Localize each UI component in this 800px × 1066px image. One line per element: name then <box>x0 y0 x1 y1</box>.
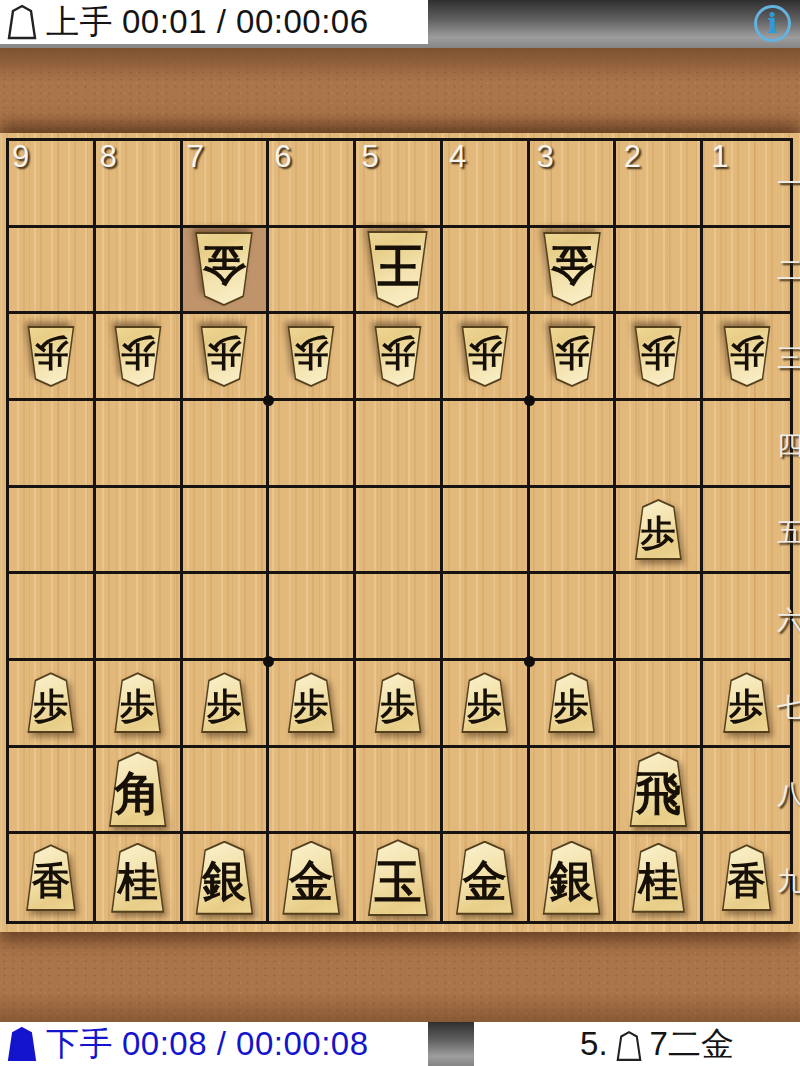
cell-4七[interactable]: 歩 <box>443 661 530 748</box>
piece-shitate-香[interactable]: 香 <box>719 844 774 911</box>
cell-6七[interactable]: 歩 <box>269 661 356 748</box>
file-label-9: 9 <box>12 141 29 172</box>
cell-7九[interactable]: 銀 <box>183 834 270 921</box>
cell-8五[interactable] <box>96 488 183 575</box>
uwate-player-panel[interactable]: 上手 00:01 / 00:00:06 <box>0 0 428 44</box>
rank-label-七: 七 <box>777 694 800 720</box>
cell-4二[interactable] <box>443 228 530 315</box>
piece-kanji: 歩 <box>546 326 598 387</box>
info-icon[interactable]: i <box>754 5 791 42</box>
cell-9六[interactable] <box>9 574 96 661</box>
shitate-clock: 00:08 / 00:00:08 <box>122 1025 369 1063</box>
uwate-piece-icon <box>7 4 37 40</box>
hoshi-star-point <box>524 656 535 667</box>
cell-5八[interactable] <box>356 748 443 835</box>
piece-shitate-歩[interactable]: 歩 <box>112 672 164 733</box>
cell-5九[interactable]: 玉 <box>356 834 443 921</box>
cell-3七[interactable]: 歩 <box>530 661 617 748</box>
piece-kanji: 王 <box>364 231 431 308</box>
cell-2四[interactable] <box>616 401 703 488</box>
cell-3八[interactable] <box>530 748 617 835</box>
top-status-bar: 上手 00:01 / 00:00:06 i <box>0 0 800 48</box>
cell-2六[interactable] <box>616 574 703 661</box>
piece-kanji: 歩 <box>198 326 250 387</box>
piece-uwate-歩[interactable]: 歩 <box>632 326 684 387</box>
cell-6四[interactable] <box>269 401 356 488</box>
shitate-player-panel[interactable]: 下手 00:08 / 00:00:08 <box>0 1022 428 1066</box>
cell-6六[interactable] <box>269 574 356 661</box>
piece-kanji: 金 <box>540 232 604 306</box>
piece-shitate-歩[interactable]: 歩 <box>285 672 337 733</box>
piece-kanji: 歩 <box>721 672 773 733</box>
piece-kanji: 歩 <box>632 326 684 387</box>
piece-kanji: 銀 <box>540 841 604 915</box>
piece-uwate-金[interactable]: 金 <box>540 232 604 306</box>
piece-kanji: 角 <box>106 751 170 827</box>
cell-6二[interactable] <box>269 228 356 315</box>
cell-3二[interactable]: 金 <box>530 228 617 315</box>
piece-uwate-歩[interactable]: 歩 <box>285 326 337 387</box>
cell-8七[interactable]: 歩 <box>96 661 183 748</box>
piece-shitate-玉[interactable]: 玉 <box>364 839 431 916</box>
piece-uwate-歩[interactable]: 歩 <box>459 326 511 387</box>
piece-kanji: 歩 <box>372 672 424 733</box>
piece-shitate-桂[interactable]: 桂 <box>108 843 167 913</box>
piece-uwate-王[interactable]: 王 <box>364 231 431 308</box>
uwate-label: 上手 <box>46 0 113 45</box>
piece-kanji: 歩 <box>459 672 511 733</box>
cell-7七[interactable]: 歩 <box>183 661 270 748</box>
cell-6三[interactable]: 歩 <box>269 314 356 401</box>
file-label-1: 1 <box>711 141 728 172</box>
piece-kanji: 歩 <box>25 326 77 387</box>
rank-label-五: 五 <box>777 519 800 545</box>
piece-kanji: 玉 <box>364 839 431 916</box>
cell-7五[interactable] <box>183 488 270 575</box>
cell-9九[interactable]: 香 <box>9 834 96 921</box>
piece-shitate-歩[interactable]: 歩 <box>372 672 424 733</box>
rank-label-四: 四 <box>777 432 800 458</box>
cell-5六[interactable] <box>356 574 443 661</box>
cell-5五[interactable] <box>356 488 443 575</box>
cell-8六[interactable] <box>96 574 183 661</box>
cell-3六[interactable] <box>530 574 617 661</box>
piece-shitate-金[interactable]: 金 <box>279 841 343 915</box>
cell-2八[interactable]: 飛 <box>616 748 703 835</box>
piece-shitate-歩[interactable]: 歩 <box>721 672 773 733</box>
piece-kanji: 歩 <box>25 672 77 733</box>
bottom-status-bar: 下手 00:08 / 00:00:08 5. 7二金 <box>0 1022 800 1066</box>
piece-shitate-飛[interactable]: 飛 <box>626 751 690 827</box>
piece-kanji: 歩 <box>372 326 424 387</box>
cell-8四[interactable] <box>96 401 183 488</box>
move-number: 5. <box>580 1025 608 1063</box>
cell-4四[interactable] <box>443 401 530 488</box>
piece-shitate-歩[interactable]: 歩 <box>25 672 77 733</box>
cell-2七[interactable] <box>616 661 703 748</box>
hoshi-star-point <box>524 395 535 406</box>
piece-shitate-歩[interactable]: 歩 <box>459 672 511 733</box>
cell-2二[interactable] <box>616 228 703 315</box>
shogi-app-screen: 上手 00:01 / 00:00:06 i 金王金歩歩歩歩歩歩歩歩歩歩歩歩歩歩歩… <box>0 0 800 1066</box>
cell-4九[interactable]: 金 <box>443 834 530 921</box>
piece-shitate-歩[interactable]: 歩 <box>546 672 598 733</box>
piece-kanji: 歩 <box>285 672 337 733</box>
cell-3三[interactable]: 歩 <box>530 314 617 401</box>
file-label-7: 7 <box>187 141 204 172</box>
piece-shitate-歩[interactable]: 歩 <box>632 499 684 560</box>
piece-shitate-銀[interactable]: 銀 <box>540 841 604 915</box>
piece-kanji: 歩 <box>112 326 164 387</box>
piece-uwate-歩[interactable]: 歩 <box>112 326 164 387</box>
piece-kanji: 桂 <box>108 843 167 913</box>
shogi-board: 金王金歩歩歩歩歩歩歩歩歩歩歩歩歩歩歩歩歩歩角飛香桂銀金玉金銀桂香 9876543… <box>0 133 800 932</box>
cell-3五[interactable] <box>530 488 617 575</box>
rank-label-九: 九 <box>777 868 800 894</box>
piece-shitate-銀[interactable]: 銀 <box>192 841 256 915</box>
piece-kanji: 歩 <box>285 326 337 387</box>
piece-kanji: 香 <box>719 844 774 911</box>
piece-kanji: 金 <box>279 841 343 915</box>
piece-uwate-歩[interactable]: 歩 <box>198 326 250 387</box>
cell-7二[interactable]: 金 <box>183 228 270 315</box>
cell-9五[interactable] <box>9 488 96 575</box>
hoshi-star-point <box>263 395 274 406</box>
piece-uwate-歩[interactable]: 歩 <box>546 326 598 387</box>
cell-3四[interactable] <box>530 401 617 488</box>
cell-9二[interactable] <box>9 228 96 315</box>
piece-kanji: 香 <box>23 844 78 911</box>
file-label-6: 6 <box>274 141 291 172</box>
piece-uwate-歩[interactable]: 歩 <box>25 326 77 387</box>
file-label-3: 3 <box>536 141 553 172</box>
cell-8二[interactable] <box>96 228 183 315</box>
board-grid: 金王金歩歩歩歩歩歩歩歩歩歩歩歩歩歩歩歩歩歩角飛香桂銀金玉金銀桂香 <box>6 138 793 924</box>
cell-2五[interactable]: 歩 <box>616 488 703 575</box>
piece-uwate-金[interactable]: 金 <box>192 232 256 306</box>
cell-6五[interactable] <box>269 488 356 575</box>
cell-6九[interactable]: 金 <box>269 834 356 921</box>
cell-4三[interactable]: 歩 <box>443 314 530 401</box>
last-move-display[interactable]: 5. 7二金 <box>474 1022 800 1066</box>
cell-9四[interactable] <box>9 401 96 488</box>
cell-4八[interactable] <box>443 748 530 835</box>
piece-kanji: 歩 <box>632 499 684 560</box>
file-label-8: 8 <box>99 141 116 172</box>
cell-7三[interactable]: 歩 <box>183 314 270 401</box>
cell-9七[interactable]: 歩 <box>9 661 96 748</box>
piece-kanji: 金 <box>192 232 256 306</box>
cell-3九[interactable]: 銀 <box>530 834 617 921</box>
cell-7四[interactable] <box>183 401 270 488</box>
hoshi-star-point <box>263 656 274 667</box>
piece-shitate-桂[interactable]: 桂 <box>629 843 688 913</box>
cell-5七[interactable]: 歩 <box>356 661 443 748</box>
piece-shitate-香[interactable]: 香 <box>23 844 78 911</box>
rank-label-六: 六 <box>777 607 800 633</box>
cell-6八[interactable] <box>269 748 356 835</box>
cell-4六[interactable] <box>443 574 530 661</box>
piece-kanji: 金 <box>453 841 517 915</box>
cell-7六[interactable] <box>183 574 270 661</box>
cell-9八[interactable] <box>9 748 96 835</box>
file-label-5: 5 <box>362 141 379 172</box>
rank-label-八: 八 <box>777 781 800 807</box>
piece-shitate-角[interactable]: 角 <box>106 751 170 827</box>
cell-8八[interactable]: 角 <box>96 748 183 835</box>
uwate-clock: 00:01 / 00:00:06 <box>122 3 369 41</box>
rank-label-三: 三 <box>777 345 800 371</box>
rank-label-二: 二 <box>777 257 800 283</box>
cell-8三[interactable]: 歩 <box>96 314 183 401</box>
piece-kanji: 銀 <box>192 841 256 915</box>
file-label-4: 4 <box>449 141 466 172</box>
rank-label-一: 一 <box>777 170 800 196</box>
piece-kanji: 歩 <box>198 672 250 733</box>
shitate-label: 下手 <box>46 1022 113 1066</box>
cell-2三[interactable]: 歩 <box>616 314 703 401</box>
cell-4五[interactable] <box>443 488 530 575</box>
shitate-piece-icon <box>7 1026 37 1062</box>
cell-2九[interactable]: 桂 <box>616 834 703 921</box>
cell-8九[interactable]: 桂 <box>96 834 183 921</box>
move-side-icon <box>616 1030 642 1062</box>
move-text: 7二金 <box>650 1022 734 1066</box>
piece-shitate-金[interactable]: 金 <box>453 841 517 915</box>
cell-5二[interactable]: 王 <box>356 228 443 315</box>
piece-uwate-歩[interactable]: 歩 <box>721 326 773 387</box>
piece-kanji: 歩 <box>721 326 773 387</box>
piece-uwate-歩[interactable]: 歩 <box>372 326 424 387</box>
cell-5四[interactable] <box>356 401 443 488</box>
piece-kanji: 飛 <box>626 751 690 827</box>
piece-kanji: 桂 <box>629 843 688 913</box>
piece-kanji: 歩 <box>112 672 164 733</box>
piece-kanji: 歩 <box>546 672 598 733</box>
cell-7八[interactable] <box>183 748 270 835</box>
cell-5三[interactable]: 歩 <box>356 314 443 401</box>
piece-shitate-歩[interactable]: 歩 <box>198 672 250 733</box>
file-label-2: 2 <box>624 141 641 172</box>
piece-kanji: 歩 <box>459 326 511 387</box>
cell-9三[interactable]: 歩 <box>9 314 96 401</box>
